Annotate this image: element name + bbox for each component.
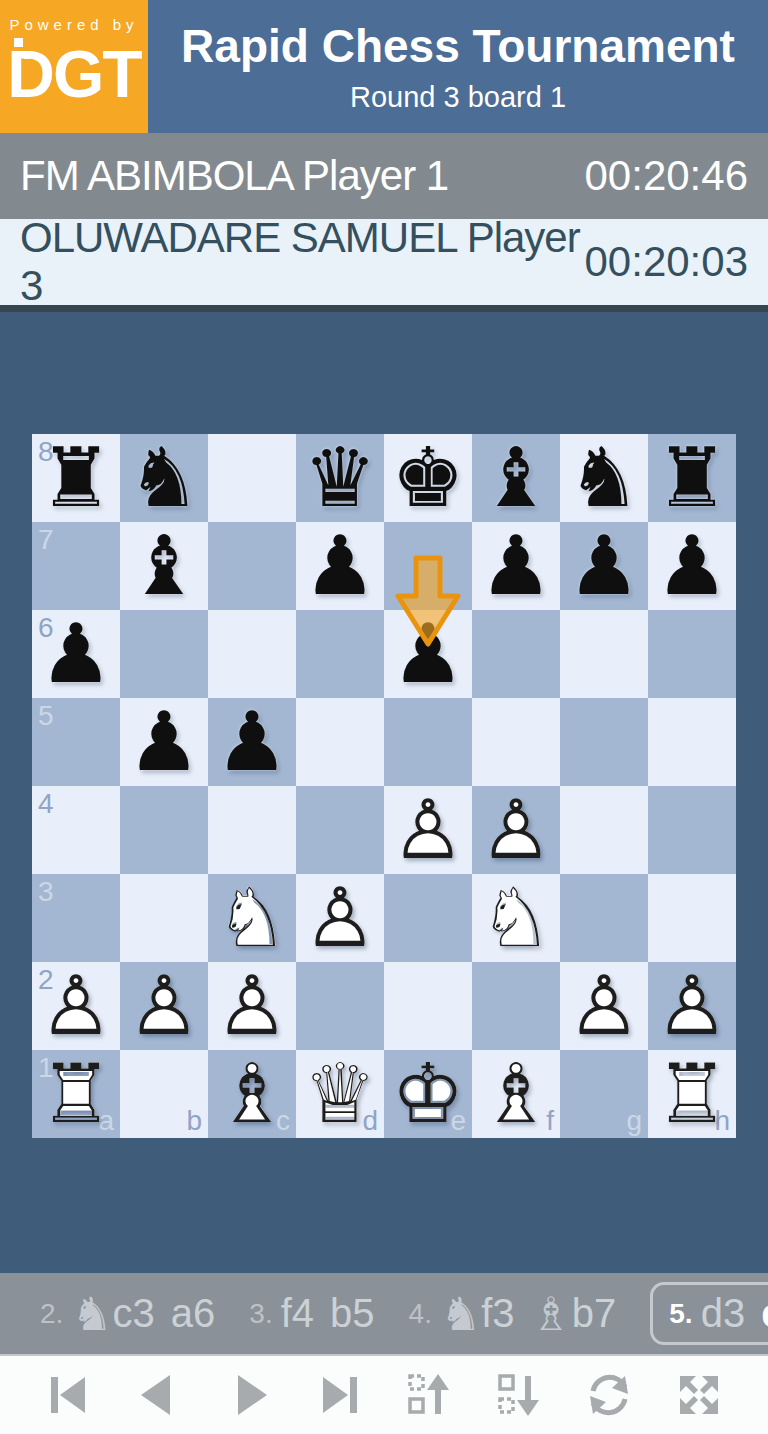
- logo-pixel-decoration: [24, 53, 30, 59]
- white-pawn-g2: ♙: [560, 962, 648, 1050]
- square-h3: [648, 874, 736, 962]
- white-rook-h1: ♖: [648, 1050, 736, 1138]
- rank-label-3: 3: [38, 878, 54, 906]
- board-background: 8♜♞♛♚♝♞♜7♝♟♟♟♟6♟♟5♟♟4♟♙♟♙3♞♘♟♙♞♘2♟♙♟♙♟♙♟…: [0, 312, 768, 1273]
- square-b8: ♞: [120, 434, 208, 522]
- next-move-icon: [222, 1368, 276, 1422]
- black-rook-h8: ♜: [648, 434, 736, 522]
- black-knight-b8: ♞: [120, 434, 208, 522]
- square-c3: ♞♘: [208, 874, 296, 962]
- square-h2: ♟♙: [648, 962, 736, 1050]
- square-e5: [384, 698, 472, 786]
- white-pawn-b2: ♙: [120, 962, 208, 1050]
- previous-move-icon: [132, 1368, 186, 1422]
- sync-button[interactable]: [582, 1368, 636, 1422]
- white-queen-d1: ♕: [296, 1050, 384, 1138]
- move-group-2[interactable]: 2.♞c3a6: [40, 1291, 215, 1337]
- white-pawn-a2: ♙: [32, 962, 120, 1050]
- square-d3: ♟♙: [296, 874, 384, 962]
- square-c5: ♟: [208, 698, 296, 786]
- square-d5: [296, 698, 384, 786]
- square-a5: 5: [32, 698, 120, 786]
- rank-label-7: 7: [38, 526, 54, 554]
- navigation-toolbar: [0, 1354, 768, 1434]
- black-pawn-e6: ♟: [384, 610, 472, 698]
- square-a3: 3: [32, 874, 120, 962]
- moves-down-icon: [492, 1368, 546, 1422]
- move-group-3[interactable]: 3.f4b5: [249, 1291, 374, 1336]
- black-pawn-b5: ♟: [120, 698, 208, 786]
- white-knight-c3: ♘: [208, 874, 296, 962]
- white-king-e1: ♔: [384, 1050, 472, 1138]
- fullscreen-icon: [672, 1368, 726, 1422]
- moves-up-icon: [402, 1368, 456, 1422]
- fullscreen-button[interactable]: [672, 1368, 726, 1422]
- square-a8: 8♜: [32, 434, 120, 522]
- square-h5: [648, 698, 736, 786]
- sync-icon: [582, 1368, 636, 1422]
- white-player-name: FM ABIMBOLA Player 1: [20, 152, 448, 200]
- skip-first-icon: [42, 1368, 96, 1422]
- square-e8: ♚: [384, 434, 472, 522]
- moves-up-button[interactable]: [402, 1368, 456, 1422]
- square-a4: 4: [32, 786, 120, 874]
- square-f4: ♟♙: [472, 786, 560, 874]
- black-move: e6: [761, 1291, 768, 1336]
- logo-pixel-decoration: [15, 58, 20, 63]
- square-c1: c♝♗: [208, 1050, 296, 1138]
- next-move-button[interactable]: [222, 1368, 276, 1422]
- square-f3: ♞♘: [472, 874, 560, 962]
- square-e1: e♚♔: [384, 1050, 472, 1138]
- black-pawn-c5: ♟: [208, 698, 296, 786]
- square-a1: 1a♜♖: [32, 1050, 120, 1138]
- square-e7: [384, 522, 472, 610]
- square-b1: b: [120, 1050, 208, 1138]
- square-c4: [208, 786, 296, 874]
- player-board-divider: [0, 305, 768, 312]
- move-group-4[interactable]: 4.♞f3♗b7: [409, 1291, 617, 1337]
- square-b6: [120, 610, 208, 698]
- moves-down-button[interactable]: [492, 1368, 546, 1422]
- move-list: 2.♞c3a63.f4b54.♞f3♗b75.d3e6: [0, 1273, 768, 1354]
- square-d8: ♛: [296, 434, 384, 522]
- bishop-figurine-icon: ♗: [531, 1291, 572, 1337]
- square-c7: [208, 522, 296, 610]
- header-titles: Rapid Chess Tournament Round 3 board 1: [148, 0, 768, 133]
- square-d7: ♟: [296, 522, 384, 610]
- white-move: f4: [281, 1291, 314, 1336]
- dgt-logo-text: DGT: [7, 41, 140, 107]
- square-b5: ♟: [120, 698, 208, 786]
- square-d6: [296, 610, 384, 698]
- black-move: a6: [171, 1291, 216, 1336]
- square-g1: g: [560, 1050, 648, 1138]
- black-player-bar[interactable]: OLUWADARE SAMUEL Player 3 00:20:03: [0, 219, 768, 305]
- black-queen-d8: ♛: [296, 434, 384, 522]
- white-bishop-c1: ♗: [208, 1050, 296, 1138]
- square-d1: d♛♕: [296, 1050, 384, 1138]
- square-g5: [560, 698, 648, 786]
- black-rook-a8: ♜: [32, 434, 120, 522]
- rank-label-4: 4: [38, 790, 54, 818]
- black-king-e8: ♚: [384, 434, 472, 522]
- black-pawn-f7: ♟: [472, 522, 560, 610]
- white-knight-f3: ♘: [472, 874, 560, 962]
- square-d4: [296, 786, 384, 874]
- white-player-bar[interactable]: FM ABIMBOLA Player 1 00:20:46: [0, 133, 768, 219]
- move-number: 5.: [669, 1298, 692, 1330]
- white-move: f3: [481, 1291, 514, 1336]
- white-bishop-f1: ♗: [472, 1050, 560, 1138]
- black-bishop-b7: ♝: [120, 522, 208, 610]
- black-player-name: OLUWADARE SAMUEL Player 3: [20, 214, 585, 310]
- round-board-subtitle: Round 3 board 1: [350, 81, 566, 114]
- square-f7: ♟: [472, 522, 560, 610]
- black-bishop-f8: ♝: [472, 434, 560, 522]
- square-a6: 6♟: [32, 610, 120, 698]
- move-number: 2.: [40, 1298, 63, 1330]
- knight-figurine-icon: ♞: [71, 1291, 112, 1337]
- white-move: d3: [701, 1291, 746, 1336]
- skip-first-button[interactable]: [42, 1368, 96, 1422]
- white-move: c3: [113, 1291, 155, 1336]
- skip-last-icon: [312, 1368, 366, 1422]
- previous-move-button[interactable]: [132, 1368, 186, 1422]
- white-pawn-e4: ♙: [384, 786, 472, 874]
- square-g3: [560, 874, 648, 962]
- square-g2: ♟♙: [560, 962, 648, 1050]
- rank-label-5: 5: [38, 702, 54, 730]
- square-e6: ♟: [384, 610, 472, 698]
- black-pawn-a6: ♟: [32, 610, 120, 698]
- square-a2: 2♟♙: [32, 962, 120, 1050]
- square-h6: [648, 610, 736, 698]
- square-f2: [472, 962, 560, 1050]
- square-c2: ♟♙: [208, 962, 296, 1050]
- square-b2: ♟♙: [120, 962, 208, 1050]
- white-pawn-f4: ♙: [472, 786, 560, 874]
- black-move: b5: [330, 1291, 375, 1336]
- white-player-clock: 00:20:46: [585, 152, 749, 200]
- square-g6: [560, 610, 648, 698]
- tournament-title: Rapid Chess Tournament: [181, 19, 735, 73]
- square-g7: ♟: [560, 522, 648, 610]
- square-a7: 7: [32, 522, 120, 610]
- file-label-b: b: [186, 1107, 202, 1135]
- square-d2: [296, 962, 384, 1050]
- move-number: 3.: [249, 1298, 272, 1330]
- black-pawn-g7: ♟: [560, 522, 648, 610]
- square-g8: ♞: [560, 434, 648, 522]
- powered-by-label: Powered by: [9, 16, 138, 33]
- dgt-logo: Powered by DGT: [0, 0, 148, 133]
- knight-figurine-icon: ♞: [440, 1291, 481, 1337]
- square-e4: ♟♙: [384, 786, 472, 874]
- black-pawn-h7: ♟: [648, 522, 736, 610]
- square-c6: [208, 610, 296, 698]
- square-e2: [384, 962, 472, 1050]
- black-pawn-d7: ♟: [296, 522, 384, 610]
- white-pawn-d3: ♙: [296, 874, 384, 962]
- move-number: 4.: [409, 1298, 432, 1330]
- app-header: Powered by DGT Rapid Chess Tournament Ro…: [0, 0, 768, 133]
- chess-board: 8♜♞♛♚♝♞♜7♝♟♟♟♟6♟♟5♟♟4♟♙♟♙3♞♘♟♙♞♘2♟♙♟♙♟♙♟…: [32, 434, 736, 1138]
- square-f5: [472, 698, 560, 786]
- move-group-5[interactable]: 5.d3e6: [650, 1282, 768, 1345]
- square-h8: ♜: [648, 434, 736, 522]
- logo-pixel-decoration: [14, 38, 23, 47]
- square-f1: f♝♗: [472, 1050, 560, 1138]
- black-move: b7: [572, 1291, 617, 1336]
- square-b4: [120, 786, 208, 874]
- square-h7: ♟: [648, 522, 736, 610]
- square-b7: ♝: [120, 522, 208, 610]
- square-c8: [208, 434, 296, 522]
- square-f6: [472, 610, 560, 698]
- white-pawn-h2: ♙: [648, 962, 736, 1050]
- black-player-clock: 00:20:03: [585, 238, 749, 286]
- file-label-g: g: [626, 1107, 642, 1135]
- white-rook-a1: ♖: [32, 1050, 120, 1138]
- white-pawn-c2: ♙: [208, 962, 296, 1050]
- square-f8: ♝: [472, 434, 560, 522]
- square-h4: [648, 786, 736, 874]
- black-knight-g8: ♞: [560, 434, 648, 522]
- square-h1: h♜♖: [648, 1050, 736, 1138]
- square-g4: [560, 786, 648, 874]
- square-b3: [120, 874, 208, 962]
- square-e3: [384, 874, 472, 962]
- skip-last-button[interactable]: [312, 1368, 366, 1422]
